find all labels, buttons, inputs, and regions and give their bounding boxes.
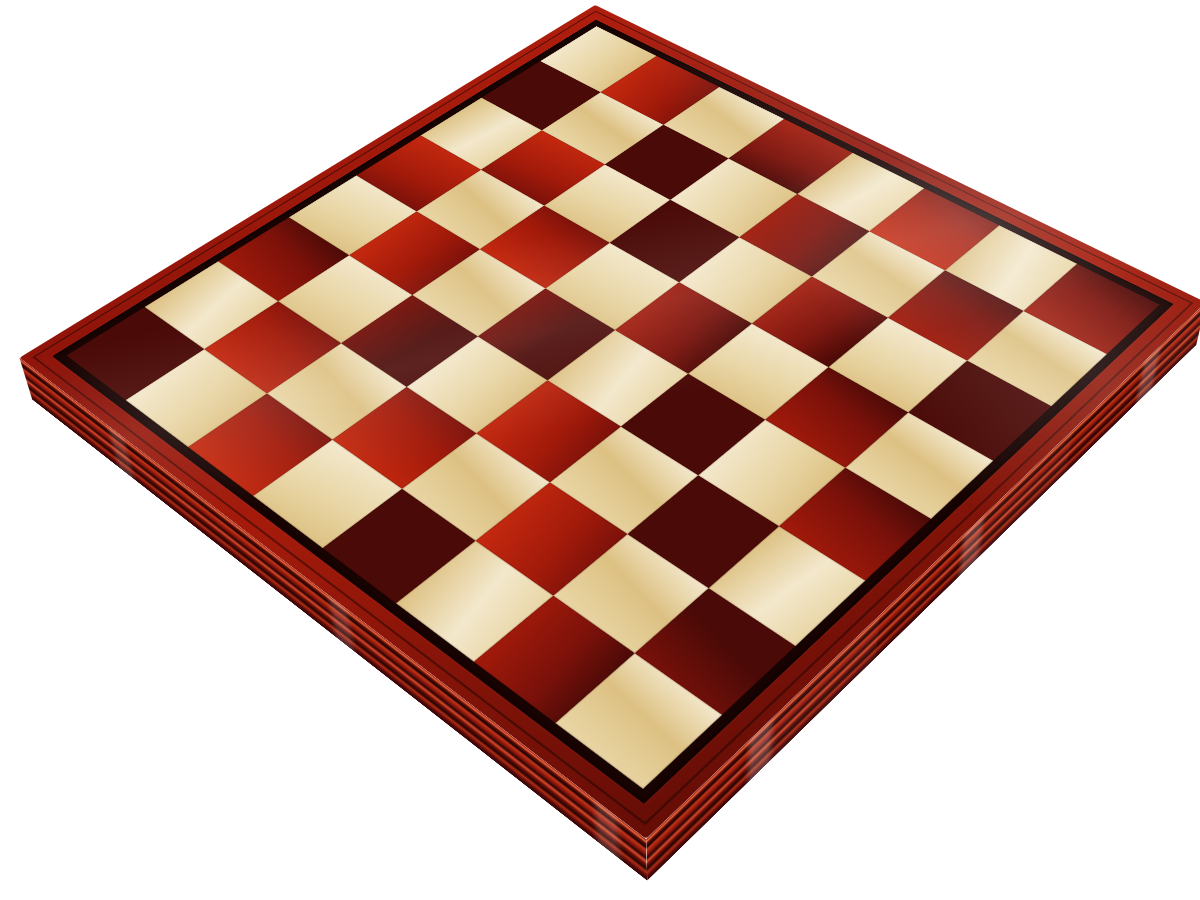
square-g6 xyxy=(828,317,968,412)
square-h7 xyxy=(968,311,1107,406)
square-e1 xyxy=(323,489,476,603)
square-f4 xyxy=(621,374,765,475)
square-h5 xyxy=(846,413,993,519)
square-c2 xyxy=(266,343,407,440)
chess-board xyxy=(19,5,1200,839)
square-g2 xyxy=(553,533,710,653)
square-e2 xyxy=(402,433,550,541)
square-h6 xyxy=(908,360,1051,460)
square-g1 xyxy=(473,596,634,724)
square-e4 xyxy=(548,330,688,426)
square-f5 xyxy=(688,324,828,420)
square-g5 xyxy=(765,367,909,468)
square-h4 xyxy=(779,468,931,581)
perspective-wrapper xyxy=(0,0,1200,900)
square-d2 xyxy=(332,387,476,489)
square-g4 xyxy=(698,419,846,526)
square-d1 xyxy=(253,440,402,548)
square-h3 xyxy=(709,526,865,645)
square-f3 xyxy=(550,426,698,533)
board-top-face xyxy=(19,5,1200,839)
product-photo xyxy=(0,0,1200,900)
square-h2 xyxy=(635,588,796,715)
square-b1 xyxy=(126,349,267,447)
square-f2 xyxy=(475,482,627,596)
square-f1 xyxy=(396,541,553,662)
square-e3 xyxy=(477,380,621,482)
square-h1 xyxy=(556,654,722,789)
square-d3 xyxy=(407,336,547,433)
square-c1 xyxy=(188,393,333,496)
checkerboard xyxy=(66,26,1159,789)
square-g3 xyxy=(627,475,779,588)
